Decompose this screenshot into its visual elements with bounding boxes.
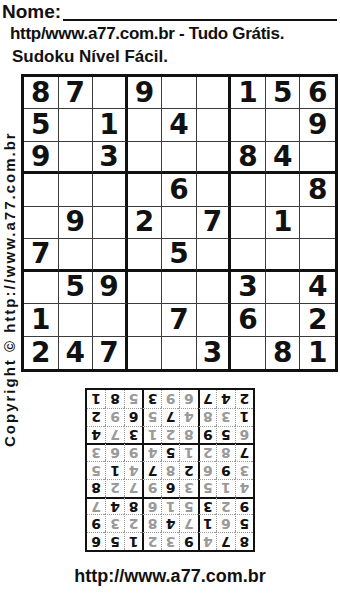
solution-cell-r2c9: 9 xyxy=(87,514,105,532)
solution-cell-r6c7: 9 xyxy=(124,443,142,461)
name-row: Nome: xyxy=(2,2,337,21)
cell-r1c9: 6 xyxy=(300,77,335,109)
solution-cell-r3c6: 6 xyxy=(142,497,160,515)
cell-r7c4[interactable] xyxy=(128,272,163,304)
cell-r2c2[interactable] xyxy=(59,109,94,141)
solution-cell-r8c9: 2 xyxy=(87,408,105,426)
solution-cell-r4c7: 7 xyxy=(124,479,142,497)
solution-cell-r1c9: 6 xyxy=(87,532,105,550)
solution-cell-r6c1: 7 xyxy=(235,443,253,461)
cell-r7c8[interactable] xyxy=(266,272,301,304)
solution-cell-r7c5: 2 xyxy=(161,426,179,444)
cell-r5c8: 1 xyxy=(266,207,301,239)
solution-cell-r9c1: 2 xyxy=(235,390,253,408)
solution-cell-r9c5: 9 xyxy=(161,390,179,408)
solution-cell-r9c3: 7 xyxy=(198,390,216,408)
solution-cell-r7c8: 7 xyxy=(105,426,123,444)
solution-cell-r2c5: 4 xyxy=(161,514,179,532)
cell-r3c6[interactable] xyxy=(197,142,232,174)
footer-url: http://www.a77.com.br xyxy=(0,566,340,587)
cell-r1c6[interactable] xyxy=(197,77,232,109)
cell-r2c7[interactable] xyxy=(231,109,266,141)
solution-cell-r5c8: 1 xyxy=(105,461,123,479)
cell-r4c4[interactable] xyxy=(128,174,163,206)
cell-r4c8[interactable] xyxy=(266,174,301,206)
cell-r9c1: 2 xyxy=(24,337,59,369)
cell-r9c2: 4 xyxy=(59,337,94,369)
solution-cell-r2c2: 6 xyxy=(216,514,234,532)
cell-r7c5[interactable] xyxy=(162,272,197,304)
solution-cell-r6c6: 4 xyxy=(142,443,160,461)
cell-r7c2: 5 xyxy=(59,272,94,304)
solution-cell-r3c9: 7 xyxy=(87,497,105,515)
cell-r2c3: 1 xyxy=(93,109,128,141)
cell-r5c9[interactable] xyxy=(300,207,335,239)
solution-cell-r7c7: 3 xyxy=(124,426,142,444)
solution-cell-r6c2: 8 xyxy=(216,443,234,461)
cell-r3c4[interactable] xyxy=(128,142,163,174)
cell-r1c8: 5 xyxy=(266,77,301,109)
solution-cell-r2c3: 1 xyxy=(198,514,216,532)
solution-cell-r8c2: 3 xyxy=(216,408,234,426)
solution-cell-r5c7: 4 xyxy=(124,461,142,479)
solution-cell-r1c8: 5 xyxy=(105,532,123,550)
sudoku-solution-board-rotated: 8749321565617482399235168474153697283962… xyxy=(85,388,255,552)
cell-r6c8[interactable] xyxy=(266,239,301,271)
cell-r6c3[interactable] xyxy=(93,239,128,271)
cell-r1c4: 9 xyxy=(128,77,163,109)
solution-cell-r5c3: 6 xyxy=(198,461,216,479)
solution-cell-r7c9: 4 xyxy=(87,426,105,444)
solution-cell-r1c6: 2 xyxy=(142,532,160,550)
cell-r9c4[interactable] xyxy=(128,337,163,369)
solution-cell-r5c5: 8 xyxy=(161,461,179,479)
solution-cell-r4c1: 4 xyxy=(235,479,253,497)
solution-cell-r3c5: 1 xyxy=(161,497,179,515)
solution-cell-r2c7: 2 xyxy=(124,514,142,532)
solution-cell-r2c6: 8 xyxy=(142,514,160,532)
solution-cell-r4c8: 2 xyxy=(105,479,123,497)
solution-cell-r4c9: 8 xyxy=(87,479,105,497)
cell-r9c6: 3 xyxy=(197,337,232,369)
cell-r4c1[interactable] xyxy=(24,174,59,206)
cell-r3c2[interactable] xyxy=(59,142,94,174)
cell-r3c9[interactable] xyxy=(300,142,335,174)
solution-cell-r3c3: 3 xyxy=(198,497,216,515)
cell-r7c6[interactable] xyxy=(197,272,232,304)
cell-r2c8[interactable] xyxy=(266,109,301,141)
solution-cell-r1c2: 7 xyxy=(216,532,234,550)
solution-cell-r4c6: 9 xyxy=(142,479,160,497)
solution-cell-r3c2: 2 xyxy=(216,497,234,515)
solution-cell-r6c4: 1 xyxy=(179,443,197,461)
solution-cell-r8c8: 9 xyxy=(105,408,123,426)
solution-cell-r3c4: 5 xyxy=(179,497,197,515)
cell-r5c3[interactable] xyxy=(93,207,128,239)
solution-cell-r8c5: 7 xyxy=(161,408,179,426)
solution-cell-r1c3: 4 xyxy=(198,532,216,550)
cell-r8c1: 1 xyxy=(24,304,59,336)
cell-r4c9: 8 xyxy=(300,174,335,206)
solution-cell-r4c3: 5 xyxy=(198,479,216,497)
cell-r7c9: 4 xyxy=(300,272,335,304)
solution-cell-r2c1: 5 xyxy=(235,514,253,532)
copyright-vertical-text: Copyright © http://www.a77.com.br xyxy=(1,131,18,447)
cell-r7c3: 9 xyxy=(93,272,128,304)
solution-cell-r7c3: 9 xyxy=(198,426,216,444)
solution-cell-r1c7: 1 xyxy=(124,532,142,550)
cell-r6c6[interactable] xyxy=(197,239,232,271)
cell-r9c3: 7 xyxy=(93,337,128,369)
cell-r8c4[interactable] xyxy=(128,304,163,336)
solution-cell-r7c2: 5 xyxy=(216,426,234,444)
cell-r9c9: 1 xyxy=(300,337,335,369)
cell-r3c3: 3 xyxy=(93,142,128,174)
cell-r8c6[interactable] xyxy=(197,304,232,336)
solution-cell-r6c5: 5 xyxy=(161,443,179,461)
cell-r8c7: 6 xyxy=(231,304,266,336)
solution-cell-r5c4: 2 xyxy=(179,461,197,479)
solution-cell-r5c9: 5 xyxy=(87,461,105,479)
site-tagline: http/www.a77.com.br - Tudo Grátis. xyxy=(10,24,337,44)
cell-r5c1[interactable] xyxy=(24,207,59,239)
solution-cell-r6c9: 3 xyxy=(87,443,105,461)
solution-cell-r1c1: 8 xyxy=(235,532,253,550)
cell-r8c8[interactable] xyxy=(266,304,301,336)
cell-r6c9[interactable] xyxy=(300,239,335,271)
solution-cell-r8c7: 6 xyxy=(124,408,142,426)
solution-cell-r7c4: 8 xyxy=(179,426,197,444)
cell-r2c6[interactable] xyxy=(197,109,232,141)
cell-r4c7[interactable] xyxy=(231,174,266,206)
sudoku-worksheet-page: Nome: http/www.a77.com.br - Tudo Grátis.… xyxy=(0,0,340,596)
solution-cell-r8c4: 4 xyxy=(179,408,197,426)
cell-r4c5: 6 xyxy=(162,174,197,206)
cell-r8c3[interactable] xyxy=(93,304,128,336)
cell-r3c7: 8 xyxy=(231,142,266,174)
solution-cell-r9c7: 5 xyxy=(124,390,142,408)
cell-r6c5: 5 xyxy=(162,239,197,271)
cell-r9c5[interactable] xyxy=(162,337,197,369)
solution-cell-r9c6: 3 xyxy=(142,390,160,408)
solution-cell-r9c9: 1 xyxy=(87,390,105,408)
solution-cell-r3c8: 4 xyxy=(105,497,123,515)
solution-cell-r4c2: 1 xyxy=(216,479,234,497)
cell-r7c1[interactable] xyxy=(24,272,59,304)
solution-cell-r7c6: 1 xyxy=(142,426,160,444)
cell-r9c7[interactable] xyxy=(231,337,266,369)
cell-r1c1: 8 xyxy=(24,77,59,109)
cell-r5c5[interactable] xyxy=(162,207,197,239)
cell-r8c9: 2 xyxy=(300,304,335,336)
cell-r3c8: 4 xyxy=(266,142,301,174)
solution-cell-r5c6: 7 xyxy=(142,461,160,479)
name-label: Nome: xyxy=(2,2,61,21)
solution-cell-r8c6: 5 xyxy=(142,408,160,426)
cell-r5c4: 2 xyxy=(128,207,163,239)
cell-r6c2[interactable] xyxy=(59,239,94,271)
cell-r2c4[interactable] xyxy=(128,109,163,141)
solution-cell-r8c1: 1 xyxy=(235,408,253,426)
solution-cell-r2c8: 3 xyxy=(105,514,123,532)
cell-r2c5: 4 xyxy=(162,109,197,141)
solution-cell-r5c1: 3 xyxy=(235,461,253,479)
cell-r2c1: 5 xyxy=(24,109,59,141)
puzzle-level-title: Sudoku Nível Fácil. xyxy=(12,47,337,67)
solution-cell-r6c8: 6 xyxy=(105,443,123,461)
cell-r1c7: 1 xyxy=(231,77,266,109)
solution-cell-r8c3: 8 xyxy=(198,408,216,426)
solution-cell-r7c1: 6 xyxy=(235,426,253,444)
cell-r5c7[interactable] xyxy=(231,207,266,239)
cell-r4c3[interactable] xyxy=(93,174,128,206)
cell-r8c5: 7 xyxy=(162,304,197,336)
solution-cell-r6c3: 2 xyxy=(198,443,216,461)
solution-cell-r4c4: 3 xyxy=(179,479,197,497)
solution-cell-r9c8: 8 xyxy=(105,390,123,408)
solution-cell-r5c2: 9 xyxy=(216,461,234,479)
header: Nome: http/www.a77.com.br - Tudo Grátis.… xyxy=(2,2,337,67)
cell-r1c5[interactable] xyxy=(162,77,197,109)
cell-r2c9: 9 xyxy=(300,109,335,141)
cell-r4c2[interactable] xyxy=(59,174,94,206)
cell-r4c6[interactable] xyxy=(197,174,232,206)
cell-r6c4[interactable] xyxy=(128,239,163,271)
solution-cell-r1c5: 3 xyxy=(161,532,179,550)
cell-r7c7: 3 xyxy=(231,272,266,304)
solution-cell-r3c7: 8 xyxy=(124,497,142,515)
cell-r1c3[interactable] xyxy=(93,77,128,109)
solution-cell-r9c4: 6 xyxy=(179,390,197,408)
name-blank-line[interactable] xyxy=(63,3,337,21)
cell-r9c8: 8 xyxy=(266,337,301,369)
solution-cell-r2c4: 7 xyxy=(179,514,197,532)
cell-r1c2: 7 xyxy=(59,77,94,109)
cell-r8c2[interactable] xyxy=(59,304,94,336)
solution-cell-r3c1: 9 xyxy=(235,497,253,515)
solution-cell-r4c5: 6 xyxy=(161,479,179,497)
cell-r5c6: 7 xyxy=(197,207,232,239)
cell-r6c1: 7 xyxy=(24,239,59,271)
solution-cell-r9c2: 4 xyxy=(216,390,234,408)
cell-r6c7[interactable] xyxy=(231,239,266,271)
cell-r5c2: 9 xyxy=(59,207,94,239)
sudoku-board: 879156514993846892717559341762247381 xyxy=(21,74,338,372)
cell-r3c1: 9 xyxy=(24,142,59,174)
cell-r3c5[interactable] xyxy=(162,142,197,174)
solution-cell-r1c4: 9 xyxy=(179,532,197,550)
